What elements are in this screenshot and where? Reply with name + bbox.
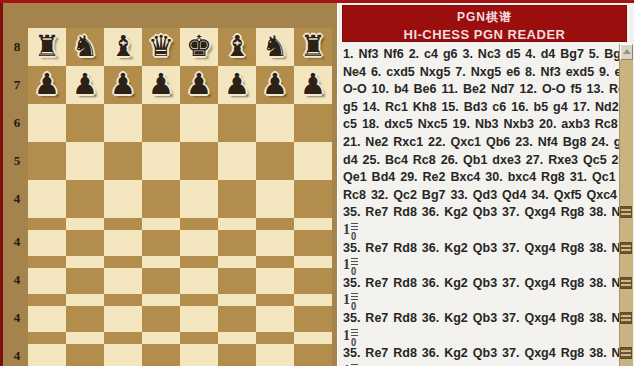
board-row: 4 <box>28 294 332 332</box>
game-result-glitch: 10 <box>343 292 358 310</box>
board-square[interactable] <box>294 306 332 332</box>
board-square[interactable] <box>66 344 104 366</box>
rank-label: 5 <box>8 153 26 169</box>
board-row: ♟♟♟♟♟♟♟♟7 <box>28 66 332 104</box>
moves-line: O-O 10. b4 Be6 11. Be2 Nd7 12. O-O f5 13… <box>343 81 619 99</box>
board-square[interactable] <box>218 332 256 344</box>
moves-text[interactable]: 1. Nf3 Nf6 2. c4 g6 3. Nc3 d5 4. d4 Bg7 … <box>343 46 619 366</box>
board-square[interactable] <box>294 256 332 268</box>
board-square[interactable] <box>104 294 142 306</box>
moves-line: 35. Re7 Rd8 36. Kg2 Qb3 37. Qxg4 Rg8 38.… <box>343 345 619 363</box>
board-square[interactable] <box>28 218 66 230</box>
board-square[interactable] <box>256 306 294 332</box>
board-square[interactable]: ♟ <box>218 66 256 104</box>
board-square[interactable] <box>294 230 332 256</box>
piece-black-n[interactable]: ♞ <box>66 28 104 65</box>
board-row: 4 <box>28 180 332 218</box>
board-square[interactable] <box>256 268 294 294</box>
rank-label: 8 <box>8 39 26 55</box>
board-square[interactable] <box>142 332 180 344</box>
board-row: 5 <box>28 142 332 180</box>
board-square[interactable] <box>104 256 142 268</box>
board-square[interactable] <box>28 294 66 306</box>
board-square[interactable] <box>256 256 294 268</box>
board-square[interactable] <box>218 230 256 256</box>
pgn-panel: PGN棋谱 HI-CHESS PGN READER 1. Nf3 Nf6 2. … <box>337 3 634 366</box>
board-square[interactable] <box>180 180 218 218</box>
moves-line: Qe1 Bd4 29. Re2 Bxc4 30. bxc4 Rg8 31. Qc… <box>343 169 619 187</box>
board-square[interactable] <box>104 306 142 332</box>
moves-line: 10 <box>343 222 619 240</box>
board-row: 4 <box>28 256 332 294</box>
board-square[interactable] <box>142 306 180 332</box>
piece-black-p[interactable]: ♟ <box>256 66 294 103</box>
board-square[interactable] <box>66 332 104 344</box>
scrollbar-glitch-mark <box>620 347 632 359</box>
header-title-cn: PGN棋谱 <box>343 9 626 26</box>
board-square[interactable] <box>66 306 104 332</box>
board-square[interactable] <box>294 142 332 180</box>
moves-line: 35. Re7 Rd8 36. Kg2 Qb3 37. Qxg4 Rg8 38.… <box>343 204 619 222</box>
moves-line: Ne4 6. cxd5 Nxg5 7. Nxg5 e6 8. Nf3 exd5 … <box>343 64 619 82</box>
moves-line: c5 18. dxc5 Nxc5 19. Nb3 Nxb3 20. axb3 R… <box>343 116 619 134</box>
moves-line: 10 <box>343 292 619 310</box>
board-square[interactable]: ♟ <box>104 66 142 104</box>
board-row: 6 <box>28 104 332 142</box>
board-square[interactable]: ♝ <box>104 28 142 66</box>
rank-label: 4 <box>8 272 26 288</box>
piece-black-p[interactable]: ♟ <box>218 66 256 103</box>
board-square[interactable] <box>256 218 294 230</box>
rank-label: 4 <box>8 191 26 207</box>
rank-label: 4 <box>8 234 26 250</box>
board-square[interactable]: ♟ <box>142 66 180 104</box>
piece-black-k[interactable]: ♚ <box>180 28 218 65</box>
board-square[interactable]: ♟ <box>66 66 104 104</box>
board-square[interactable] <box>294 268 332 294</box>
board-square[interactable] <box>218 306 256 332</box>
pgn-header-banner: PGN棋谱 HI-CHESS PGN READER <box>342 5 627 42</box>
piece-black-n[interactable]: ♞ <box>256 28 294 65</box>
moves-line: 10 <box>343 328 619 346</box>
board-square[interactable] <box>256 332 294 344</box>
chess-board-area: ♜♞♝♛♚♝♞♜8♟♟♟♟♟♟♟♟76544444 <box>0 3 337 366</box>
board-square[interactable]: ♟ <box>28 66 66 104</box>
board-square[interactable] <box>180 104 218 142</box>
board-square[interactable] <box>180 256 218 268</box>
piece-black-p[interactable]: ♟ <box>180 66 218 103</box>
board-square[interactable] <box>180 218 218 230</box>
board-square[interactable]: ♜ <box>28 28 66 66</box>
board-square[interactable] <box>104 218 142 230</box>
header-title-en: HI-CHESS PGN READER <box>343 27 626 42</box>
moves-line: d4 25. Bc4 Rc8 26. Qb1 dxe3 27. Rxe3 Qc5… <box>343 152 619 170</box>
board-square[interactable] <box>28 332 66 344</box>
board-square[interactable] <box>256 104 294 142</box>
piece-black-p[interactable]: ♟ <box>66 66 104 103</box>
rank-label: 6 <box>8 115 26 131</box>
board-square[interactable] <box>142 218 180 230</box>
board-square[interactable] <box>66 230 104 256</box>
rank-label: 4 <box>8 348 26 364</box>
up-arrow-icon <box>623 49 631 54</box>
board-square[interactable] <box>104 104 142 142</box>
board-square[interactable] <box>142 268 180 294</box>
board-square[interactable] <box>104 180 142 218</box>
board-square[interactable] <box>256 230 294 256</box>
board-square[interactable] <box>218 180 256 218</box>
board-square[interactable] <box>66 104 104 142</box>
board-square[interactable] <box>256 142 294 180</box>
board-square[interactable] <box>218 104 256 142</box>
board-square[interactable] <box>180 230 218 256</box>
piece-black-r[interactable]: ♜ <box>28 28 66 65</box>
moves-line: 21. Ne2 Rxc1 22. Qxc1 Qb6 23. Nf4 Bg8 24… <box>343 134 619 152</box>
moves-line: g5 14. Rc1 Kh8 15. Bd3 c6 16. b5 g4 17. … <box>343 99 619 117</box>
board-square[interactable] <box>180 344 218 366</box>
board-square[interactable]: ♛ <box>142 28 180 66</box>
rank-label: 4 <box>8 310 26 326</box>
board-row: 4 <box>28 218 332 256</box>
board-square[interactable] <box>218 344 256 366</box>
board-square[interactable]: ♜ <box>294 28 332 66</box>
board-square[interactable] <box>142 180 180 218</box>
board-square[interactable] <box>180 332 218 344</box>
board-square[interactable] <box>256 294 294 306</box>
board-square[interactable]: ♞ <box>256 28 294 66</box>
piece-black-b[interactable]: ♝ <box>218 28 256 65</box>
piece-black-p[interactable]: ♟ <box>104 66 142 103</box>
piece-black-p[interactable]: ♟ <box>142 66 180 103</box>
moves-line: 35. Re7 Rd8 36. Kg2 Qb3 37. Qxg4 Rg8 38.… <box>343 240 619 258</box>
board-row: 4 <box>28 332 332 366</box>
board-square[interactable] <box>256 180 294 218</box>
board-square[interactable] <box>142 344 180 366</box>
board-square[interactable] <box>28 180 66 218</box>
board-square[interactable] <box>142 104 180 142</box>
board-square[interactable] <box>218 218 256 230</box>
board-square[interactable] <box>180 294 218 306</box>
piece-black-b[interactable]: ♝ <box>104 28 142 65</box>
board-square[interactable] <box>256 344 294 366</box>
board-square[interactable]: ♚ <box>180 28 218 66</box>
board-square[interactable] <box>142 256 180 268</box>
board-square[interactable] <box>180 142 218 180</box>
board-square[interactable] <box>218 294 256 306</box>
board-square[interactable] <box>142 294 180 306</box>
board-square[interactable] <box>218 256 256 268</box>
rank-label: 7 <box>8 77 26 93</box>
moves-line: 35. Re7 Rd8 36. Kg2 Qb3 37. Qxg4 Rg8 38.… <box>343 310 619 328</box>
board-square[interactable] <box>66 294 104 306</box>
board-square[interactable] <box>104 142 142 180</box>
board-square[interactable] <box>294 218 332 230</box>
game-result-glitch: 10 <box>343 328 358 346</box>
board-square[interactable] <box>180 306 218 332</box>
board-square[interactable] <box>66 180 104 218</box>
board-square[interactable] <box>294 294 332 306</box>
board-square[interactable]: ♞ <box>66 28 104 66</box>
game-result-glitch: 10 <box>343 257 358 275</box>
board-square[interactable] <box>180 268 218 294</box>
board-square[interactable] <box>104 332 142 344</box>
game-result-glitch: 10 <box>343 222 358 240</box>
board-square[interactable] <box>28 268 66 294</box>
board-square[interactable] <box>294 180 332 218</box>
board-square[interactable] <box>66 256 104 268</box>
board-square[interactable] <box>294 332 332 344</box>
pgn-reader-window: ♜♞♝♛♚♝♞♜8♟♟♟♟♟♟♟♟76544444 PGN棋谱 HI-CHESS… <box>0 0 634 366</box>
piece-black-p[interactable]: ♟ <box>294 66 332 103</box>
piece-black-p[interactable]: ♟ <box>28 66 66 103</box>
piece-black-r[interactable]: ♜ <box>294 28 332 65</box>
board-square[interactable] <box>28 306 66 332</box>
board-square[interactable] <box>294 104 332 142</box>
moves-line: 1. Nf3 Nf6 2. c4 g6 3. Nc3 d5 4. d4 Bg7 … <box>343 46 619 64</box>
board-row: ♜♞♝♛♚♝♞♜8 <box>28 28 332 66</box>
board-square[interactable] <box>28 104 66 142</box>
board-square[interactable] <box>294 344 332 366</box>
board-square[interactable] <box>66 218 104 230</box>
scrollbar-glitch-mark <box>620 312 632 324</box>
scrollbar-glitch-mark <box>620 242 632 254</box>
moves-line: 35. Re7 Rd8 36. Kg2 Qb3 37. Qxg4 Rg8 38.… <box>343 275 619 293</box>
board-square[interactable]: ♟ <box>294 66 332 104</box>
board-square[interactable] <box>104 344 142 366</box>
board-square[interactable] <box>142 142 180 180</box>
board-square[interactable]: ♝ <box>218 28 256 66</box>
board-square[interactable] <box>218 142 256 180</box>
board-square[interactable]: ♟ <box>256 66 294 104</box>
scroll-up-button[interactable] <box>620 44 633 60</box>
board-square[interactable] <box>66 268 104 294</box>
board-square[interactable]: ♟ <box>180 66 218 104</box>
board-square[interactable] <box>28 230 66 256</box>
scrollbar-glitch-mark <box>620 277 632 289</box>
board-square[interactable] <box>104 230 142 256</box>
board-square[interactable] <box>142 230 180 256</box>
board-square[interactable] <box>66 142 104 180</box>
piece-black-q[interactable]: ♛ <box>142 28 180 65</box>
board-square[interactable] <box>28 256 66 268</box>
board-square[interactable] <box>104 268 142 294</box>
scrollbar-glitch-mark <box>620 206 632 218</box>
board-square[interactable] <box>218 268 256 294</box>
board-square[interactable] <box>28 142 66 180</box>
chess-board: ♜♞♝♛♚♝♞♜8♟♟♟♟♟♟♟♟76544444 <box>28 28 332 366</box>
board-square[interactable] <box>28 344 66 366</box>
moves-line: Rc8 32. Qc2 Bg7 33. Qd3 Qd4 34. Qxf5 Qxc… <box>343 187 619 205</box>
moves-line: 10 <box>343 257 619 275</box>
